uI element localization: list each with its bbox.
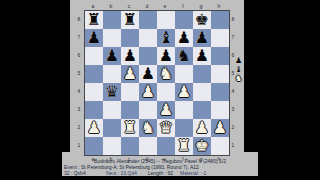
square-b2[interactable] (103, 119, 121, 137)
rank-label-5: 5 (75, 64, 83, 82)
captured-black-pawn: ♟ (234, 56, 244, 65)
square-h5[interactable] (211, 65, 229, 83)
square-c7[interactable] (121, 29, 139, 47)
square-c5[interactable]: ♟ (121, 65, 139, 83)
square-g4[interactable] (193, 83, 211, 101)
piece-white-king[interactable]: ♚ (193, 137, 211, 155)
square-e8[interactable] (157, 11, 175, 29)
file-label-b: b (102, 2, 120, 10)
piece-white-pawn[interactable]: ♟ (121, 65, 139, 83)
square-d6[interactable] (139, 47, 157, 65)
piece-black-knight[interactable]: ♞ (175, 47, 193, 65)
piece-white-pawn[interactable]: ♟ (193, 119, 211, 137)
square-d8[interactable] (139, 11, 157, 29)
square-g7[interactable]: ♟ (193, 29, 211, 47)
square-e6[interactable]: ♟ (157, 47, 175, 65)
rank-label-8: 8 (229, 10, 237, 28)
square-b8[interactable] (103, 11, 121, 29)
piece-white-pawn[interactable]: ♟ (85, 119, 103, 137)
chess-board: ♜♜♚♟♝♟♟♟♟♟♞♟♟♟♞♛♟♟♟♟♜♞♛♟♟♜♚ (84, 10, 230, 156)
square-d4[interactable]: ♟ (139, 83, 157, 101)
rank-label-4: 4 (229, 82, 237, 100)
rank-label-7: 7 (75, 28, 83, 46)
material-balance-text: Material : -1 (180, 171, 206, 176)
piece-white-rook[interactable]: ♜ (121, 119, 139, 137)
piece-black-pawn[interactable]: ♟ (103, 47, 121, 65)
square-e1[interactable] (157, 137, 175, 155)
square-a1[interactable] (85, 137, 103, 155)
square-b1[interactable] (103, 137, 121, 155)
square-a8[interactable]: ♜ (85, 11, 103, 29)
piece-black-pawn[interactable]: ♟ (193, 47, 211, 65)
square-c1[interactable] (121, 137, 139, 155)
piece-white-queen[interactable]: ♛ (157, 119, 175, 137)
square-a3[interactable] (85, 101, 103, 119)
square-g8[interactable]: ♚ (193, 11, 211, 29)
file-label-c: c (120, 2, 138, 10)
rank-label-1: 1 (229, 136, 237, 154)
rank-label-2: 2 (229, 118, 237, 136)
square-e5[interactable]: ♞ (157, 65, 175, 83)
rank-label-4: 4 (75, 82, 83, 100)
piece-white-pawn[interactable]: ♟ (175, 83, 193, 101)
captured-pieces-tray: ♟♝♞ (233, 56, 244, 83)
square-e7[interactable]: ♝ (157, 29, 175, 47)
square-h3[interactable] (211, 101, 229, 119)
captured-white-knight: ♞ (234, 74, 244, 83)
piece-white-pawn[interactable]: ♟ (211, 119, 229, 137)
last-move-text: 32 : Qxb4 (64, 171, 86, 176)
file-label-f: f (174, 2, 192, 10)
file-label-e: e (156, 2, 174, 10)
square-h1[interactable] (211, 137, 229, 155)
piece-black-rook[interactable]: ♜ (121, 11, 139, 29)
square-f8[interactable] (175, 11, 193, 29)
piece-black-pawn[interactable]: ♟ (139, 65, 157, 83)
square-g1[interactable]: ♚ (193, 137, 211, 155)
piece-black-king[interactable]: ♚ (193, 11, 211, 29)
piece-white-knight[interactable]: ♞ (157, 65, 175, 83)
piece-white-knight[interactable]: ♞ (139, 119, 157, 137)
square-a7[interactable]: ♟ (85, 29, 103, 47)
rank-label-6: 6 (75, 46, 83, 64)
file-label-h: h (210, 2, 228, 10)
rank-label-7: 7 (229, 28, 237, 46)
piece-white-rook[interactable]: ♜ (175, 137, 193, 155)
square-d2[interactable]: ♞ (139, 119, 157, 137)
rank-label-3: 3 (75, 100, 83, 118)
square-g6[interactable]: ♟ (193, 47, 211, 65)
piece-black-pawn[interactable]: ♟ (193, 29, 211, 47)
rank-labels-left: 87654321 (75, 10, 83, 154)
square-a4[interactable] (85, 83, 103, 101)
rank-label-1: 1 (75, 136, 83, 154)
piece-black-bishop[interactable]: ♝ (157, 29, 175, 47)
square-f3[interactable] (175, 101, 193, 119)
square-c6[interactable]: ♟ (121, 47, 139, 65)
square-f5[interactable] (175, 65, 193, 83)
square-b7[interactable] (103, 29, 121, 47)
rank-label-3: 3 (229, 100, 237, 118)
square-e3[interactable]: ♟ (157, 101, 175, 119)
file-label-a: a (84, 2, 102, 10)
square-c8[interactable]: ♜ (121, 11, 139, 29)
file-label-g: g (192, 2, 210, 10)
square-b3[interactable] (103, 101, 121, 119)
square-f1[interactable]: ♜ (175, 137, 193, 155)
piece-white-pawn[interactable]: ♟ (157, 101, 175, 119)
square-a6[interactable] (85, 47, 103, 65)
square-b6[interactable]: ♟ (103, 47, 121, 65)
square-b4[interactable]: ♛ (103, 83, 121, 101)
file-labels-top: abcdefgh (84, 2, 228, 10)
game-length-text: Length : 92 (148, 171, 173, 176)
square-h7[interactable] (211, 29, 229, 47)
rank-label-8: 8 (75, 10, 83, 28)
square-d1[interactable] (139, 137, 157, 155)
square-d3[interactable] (139, 101, 157, 119)
captured-black-bishop: ♝ (234, 65, 244, 74)
square-d7[interactable] (139, 29, 157, 47)
square-g2[interactable]: ♟ (193, 119, 211, 137)
square-c4[interactable] (121, 83, 139, 101)
piece-black-rook[interactable]: ♜ (85, 11, 103, 29)
square-g3[interactable] (193, 101, 211, 119)
square-b5[interactable] (103, 65, 121, 83)
piece-white-pawn[interactable]: ♟ (139, 83, 157, 101)
square-f4[interactable]: ♟ (175, 83, 193, 101)
square-h8[interactable] (211, 11, 229, 29)
file-label-d: d (138, 2, 156, 10)
square-c3[interactable] (121, 101, 139, 119)
square-d5[interactable]: ♟ (139, 65, 157, 83)
square-f7[interactable]: ♟ (175, 29, 193, 47)
square-a2[interactable]: ♟ (85, 119, 103, 137)
square-h6[interactable] (211, 47, 229, 65)
square-g5[interactable] (193, 65, 211, 83)
piece-black-pawn[interactable]: ♟ (157, 47, 175, 65)
square-f2[interactable] (175, 119, 193, 137)
square-h4[interactable] (211, 83, 229, 101)
piece-black-queen[interactable]: ♛ (103, 83, 121, 101)
piece-black-pawn[interactable]: ♟ (121, 47, 139, 65)
square-c2[interactable]: ♜ (121, 119, 139, 137)
piece-black-pawn[interactable]: ♟ (85, 29, 103, 47)
square-h2[interactable]: ♟ (211, 119, 229, 137)
piece-black-pawn[interactable]: ♟ (175, 29, 193, 47)
square-a5[interactable] (85, 65, 103, 83)
square-e2[interactable]: ♛ (157, 119, 175, 137)
rank-label-2: 2 (75, 118, 83, 136)
square-f6[interactable]: ♞ (175, 47, 193, 65)
square-e4[interactable] (157, 83, 175, 101)
next-move-text: Next : 33.Qd4 (106, 171, 137, 176)
